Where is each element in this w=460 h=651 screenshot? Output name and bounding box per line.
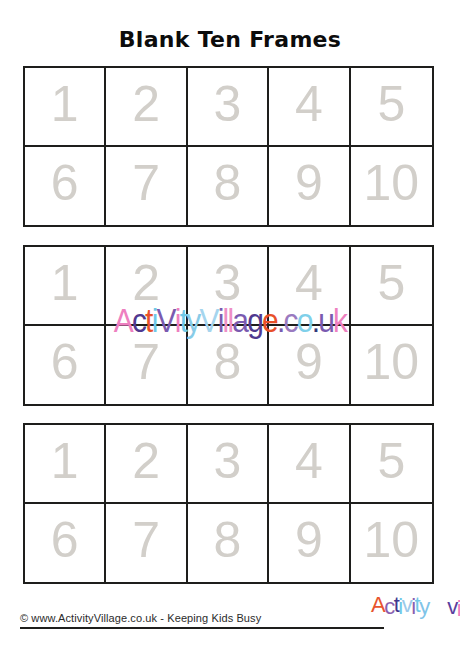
ten-frame-cell: 7 — [106, 326, 187, 405]
ten-frame-cell: 5 — [351, 68, 432, 147]
ten-frame-cell: 4 — [269, 247, 350, 326]
ten-frame-cell: 7 — [106, 147, 187, 226]
activity-village-logo: Activity village — [371, 598, 457, 615]
ten-frame-cell: 8 — [188, 147, 269, 226]
ten-frame-cell: 3 — [188, 247, 269, 326]
ten-frame: 12345678910 — [23, 423, 434, 584]
ten-frame: 12345678910 — [23, 245, 434, 406]
ten-frame-cell: 9 — [269, 504, 350, 583]
ten-frame-cell: 10 — [351, 504, 432, 583]
ten-frame-cell: 3 — [188, 425, 269, 504]
ten-frame-cell: 1 — [25, 68, 106, 147]
ten-frame-cell: 6 — [25, 504, 106, 583]
ten-frame-cell: 5 — [351, 247, 432, 326]
ten-frame-cell: 2 — [106, 68, 187, 147]
page-title: Blank Ten Frames — [0, 27, 460, 52]
ten-frame-cell: 10 — [351, 147, 432, 226]
ten-frame-cell: 2 — [106, 247, 187, 326]
logo-line-activity: Activity — [371, 597, 429, 614]
ten-frame: 12345678910 — [23, 66, 434, 227]
ten-frame-cell: 8 — [188, 504, 269, 583]
ten-frame-cell: 4 — [269, 425, 350, 504]
colored-letter: c — [384, 598, 394, 615]
ten-frame-cell: 9 — [269, 147, 350, 226]
ten-frame-cell: 6 — [25, 147, 106, 226]
colored-letter: A — [371, 596, 384, 613]
colored-letter: v — [402, 596, 412, 613]
ten-frame-cell: 8 — [188, 326, 269, 405]
colored-letter: v — [447, 598, 457, 615]
ten-frame-cell: 2 — [106, 425, 187, 504]
logo-line-village: village — [447, 599, 460, 616]
ten-frame-cell: 4 — [269, 68, 350, 147]
ten-frame-cell: 1 — [25, 247, 106, 326]
ten-frame-cell: 3 — [188, 68, 269, 147]
ten-frame-cell: 5 — [351, 425, 432, 504]
ten-frame-cell: 6 — [25, 326, 106, 405]
colored-letter: y — [419, 598, 429, 615]
copyright-text: © www.ActivityVillage.co.uk - Keeping Ki… — [20, 612, 261, 624]
ten-frame-cell: 7 — [106, 504, 187, 583]
ten-frame-cell: 1 — [25, 425, 106, 504]
footer-divider — [20, 627, 384, 629]
ten-frame-cell: 9 — [269, 326, 350, 405]
ten-frame-cell: 10 — [351, 326, 432, 405]
